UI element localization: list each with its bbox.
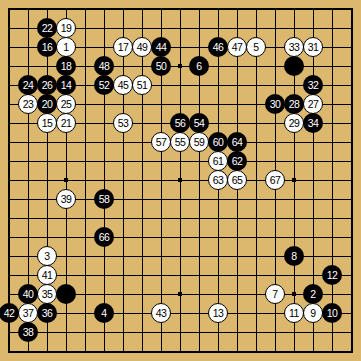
star-point [178, 292, 182, 296]
star-point [178, 178, 182, 182]
white-stone[interactable]: 37 [18, 303, 38, 323]
black-stone[interactable]: 6 [189, 56, 209, 76]
move-number-label: 13 [213, 308, 224, 319]
move-number-label: 41 [42, 270, 53, 281]
move-number-label: 62 [232, 156, 243, 167]
move-number-label: 51 [137, 80, 148, 91]
black-stone[interactable]: 24 [18, 75, 38, 95]
black-stone[interactable]: 38 [18, 322, 38, 342]
move-number-label: 34 [308, 118, 319, 129]
white-stone[interactable]: 57 [151, 132, 171, 152]
white-stone[interactable]: 67 [265, 170, 285, 190]
white-stone[interactable]: 9 [303, 303, 323, 323]
white-stone[interactable]: 21 [56, 113, 76, 133]
move-number-label: 44 [156, 42, 167, 53]
black-stone[interactable]: 16 [37, 37, 57, 57]
move-number-label: 27 [308, 99, 319, 110]
black-stone[interactable]: 46 [208, 37, 228, 57]
move-number-label: 32 [308, 80, 319, 91]
white-stone[interactable]: 17 [113, 37, 133, 57]
move-number-label: 33 [289, 42, 300, 53]
handicap-stone-black[interactable] [56, 284, 76, 304]
move-number-label: 11 [289, 308, 299, 319]
move-number-label: 15 [42, 118, 53, 129]
move-number-label: 59 [194, 137, 205, 148]
black-stone[interactable]: 12 [322, 265, 342, 285]
black-stone[interactable]: 14 [56, 75, 76, 95]
move-number-label: 61 [213, 156, 224, 167]
white-stone[interactable]: 15 [37, 113, 57, 133]
move-number-label: 50 [156, 61, 167, 72]
move-number-label: 2 [310, 289, 315, 300]
white-stone[interactable]: 47 [227, 37, 247, 57]
move-number-label: 36 [42, 308, 53, 319]
move-number-label: 18 [61, 61, 72, 72]
white-stone[interactable]: 13 [208, 303, 228, 323]
white-stone[interactable]: 19 [56, 18, 76, 38]
black-stone[interactable]: 36 [37, 303, 57, 323]
white-stone[interactable]: 7 [265, 284, 285, 304]
white-stone[interactable]: 3 [37, 246, 57, 266]
move-number-label: 28 [289, 99, 300, 110]
move-number-label: 17 [118, 42, 129, 53]
white-stone[interactable]: 5 [246, 37, 266, 57]
black-stone[interactable]: 52 [94, 75, 114, 95]
black-stone[interactable]: 62 [227, 151, 247, 171]
white-stone[interactable]: 43 [151, 303, 171, 323]
black-stone[interactable]: 66 [94, 227, 114, 247]
move-number-label: 47 [232, 42, 243, 53]
move-number-label: 35 [42, 289, 53, 300]
white-stone[interactable]: 11 [284, 303, 304, 323]
move-number-label: 30 [270, 99, 281, 110]
white-stone[interactable]: 55 [170, 132, 190, 152]
white-stone[interactable]: 65 [227, 170, 247, 190]
black-stone[interactable]: 44 [151, 37, 171, 57]
move-number-label: 43 [156, 308, 167, 319]
handicap-stone-black[interactable] [284, 56, 304, 76]
move-number-label: 6 [196, 61, 201, 72]
move-number-label: 4 [101, 308, 106, 319]
move-number-label: 25 [61, 99, 72, 110]
black-stone[interactable]: 18 [56, 56, 76, 76]
move-number-label: 64 [232, 137, 243, 148]
black-stone[interactable]: 60 [208, 132, 228, 152]
white-stone[interactable]: 29 [284, 113, 304, 133]
star-point [292, 178, 296, 182]
move-number-label: 65 [232, 175, 243, 186]
move-number-label: 58 [99, 194, 110, 205]
move-number-label: 63 [213, 175, 224, 186]
white-stone[interactable]: 53 [113, 113, 133, 133]
black-stone[interactable]: 2 [303, 284, 323, 304]
move-number-label: 31 [308, 42, 319, 53]
move-number-label: 10 [327, 308, 338, 319]
move-number-label: 23 [23, 99, 34, 110]
black-stone[interactable]: 4 [94, 303, 114, 323]
black-stone[interactable]: 22 [37, 18, 57, 38]
black-stone[interactable]: 28 [284, 94, 304, 114]
black-stone[interactable]: 42 [0, 303, 19, 323]
move-number-label: 46 [213, 42, 224, 53]
move-number-label: 29 [289, 118, 300, 129]
white-stone[interactable]: 35 [37, 284, 57, 304]
move-number-label: 60 [213, 137, 224, 148]
white-stone[interactable]: 45 [113, 75, 133, 95]
black-stone[interactable]: 40 [18, 284, 38, 304]
move-number-label: 48 [99, 61, 110, 72]
white-stone[interactable]: 41 [37, 265, 57, 285]
white-stone[interactable]: 49 [132, 37, 152, 57]
move-number-label: 22 [42, 23, 53, 34]
black-stone[interactable]: 8 [284, 246, 304, 266]
black-stone[interactable]: 64 [227, 132, 247, 152]
move-number-label: 37 [23, 308, 34, 319]
move-number-label: 1 [63, 42, 68, 53]
black-stone[interactable]: 30 [265, 94, 285, 114]
go-board[interactable]: 1234567891011121314151617181920212223242… [0, 0, 361, 361]
white-stone[interactable]: 51 [132, 75, 152, 95]
black-stone[interactable]: 10 [322, 303, 342, 323]
white-stone[interactable]: 31 [303, 37, 323, 57]
move-number-label: 24 [23, 80, 34, 91]
move-number-label: 53 [118, 118, 129, 129]
star-point [178, 64, 182, 68]
black-stone[interactable]: 58 [94, 189, 114, 209]
move-number-label: 12 [327, 270, 338, 281]
move-number-label: 42 [4, 308, 15, 319]
white-stone[interactable]: 23 [18, 94, 38, 114]
white-stone[interactable]: 1 [56, 37, 76, 57]
move-number-label: 16 [42, 42, 53, 53]
black-stone[interactable]: 56 [170, 113, 190, 133]
move-number-label: 54 [194, 118, 205, 129]
move-number-label: 49 [137, 42, 148, 53]
move-number-label: 14 [61, 80, 72, 91]
white-stone[interactable]: 25 [56, 94, 76, 114]
white-stone[interactable]: 27 [303, 94, 323, 114]
move-number-label: 56 [175, 118, 186, 129]
white-stone[interactable]: 33 [284, 37, 304, 57]
move-number-label: 55 [175, 137, 186, 148]
white-stone[interactable]: 39 [56, 189, 76, 209]
white-stone[interactable]: 59 [189, 132, 209, 152]
black-stone[interactable]: 26 [37, 75, 57, 95]
move-number-label: 9 [310, 308, 315, 319]
move-number-label: 5 [253, 42, 258, 53]
move-number-label: 7 [272, 289, 277, 300]
move-number-label: 57 [156, 137, 167, 148]
black-stone[interactable]: 54 [189, 113, 209, 133]
move-number-label: 45 [118, 80, 129, 91]
white-stone[interactable]: 61 [208, 151, 228, 171]
black-stone[interactable]: 32 [303, 75, 323, 95]
move-number-label: 26 [42, 80, 53, 91]
move-number-label: 38 [23, 327, 34, 338]
move-number-label: 20 [42, 99, 53, 110]
black-stone[interactable]: 20 [37, 94, 57, 114]
black-stone[interactable]: 34 [303, 113, 323, 133]
black-stone[interactable]: 50 [151, 56, 171, 76]
black-stone[interactable]: 48 [94, 56, 114, 76]
move-number-label: 52 [99, 80, 110, 91]
move-number-label: 39 [61, 194, 72, 205]
move-number-label: 8 [291, 251, 296, 262]
white-stone[interactable]: 63 [208, 170, 228, 190]
move-number-label: 40 [23, 289, 34, 300]
move-number-label: 19 [61, 23, 72, 34]
star-point [292, 292, 296, 296]
move-number-label: 67 [270, 175, 281, 186]
star-point [64, 178, 68, 182]
move-number-label: 3 [44, 251, 49, 262]
move-number-label: 66 [99, 232, 110, 243]
move-number-label: 21 [61, 118, 72, 129]
